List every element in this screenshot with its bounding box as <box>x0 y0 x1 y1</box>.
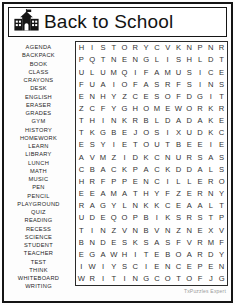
grid-cell-r8c14[interactable]: C <box>216 127 227 139</box>
grid-cell-r18c9[interactable]: B <box>162 249 173 261</box>
grid-cell-r3c11[interactable]: S <box>184 66 195 78</box>
grid-cell-r9c7[interactable]: O <box>141 139 152 151</box>
grid-cell-r20c14[interactable]: G <box>216 273 227 285</box>
grid-cell-r19c11[interactable]: E <box>184 261 195 273</box>
grid-cell-r12c4[interactable]: P <box>108 176 119 188</box>
grid-cell-r12c14[interactable]: O <box>216 176 227 188</box>
grid-cell-r13c3[interactable]: A <box>98 188 109 200</box>
grid-cell-r9c5[interactable]: E <box>119 139 130 151</box>
grid-cell-r16c9[interactable]: N <box>162 224 173 236</box>
grid-cell-r18c11[interactable]: A <box>184 249 195 261</box>
grid-cell-r17c10[interactable]: F <box>173 236 184 248</box>
grid-cell-r19c13[interactable]: E <box>205 261 216 273</box>
grid-cell-r20c10[interactable]: T <box>173 273 184 285</box>
grid-cell-r15c5[interactable]: O <box>119 212 130 224</box>
grid-cell-r9c14[interactable]: E <box>216 139 227 151</box>
grid-cell-r7c14[interactable]: E <box>216 115 227 127</box>
grid-cell-r17c5[interactable]: S <box>119 236 130 248</box>
grid-cell-r12c11[interactable]: L <box>184 176 195 188</box>
grid-cell-r18c12[interactable]: R <box>195 249 206 261</box>
grid-cell-r4c14[interactable]: S <box>216 78 227 90</box>
grid-cell-r7c4[interactable]: N <box>108 115 119 127</box>
grid-cell-r8c4[interactable]: B <box>108 127 119 139</box>
grid-cell-r16c11[interactable]: N <box>184 224 195 236</box>
grid-cell-r6c13[interactable]: K <box>205 103 216 115</box>
grid-cell-r10c7[interactable]: K <box>141 151 152 163</box>
grid-cell-r2c1[interactable]: P <box>76 54 87 66</box>
grid-cell-r8c13[interactable]: K <box>205 127 216 139</box>
grid-cell-r19c3[interactable]: I <box>98 261 109 273</box>
grid-cell-r18c3[interactable]: A <box>98 249 109 261</box>
grid-cell-r3c14[interactable]: E <box>216 66 227 78</box>
grid-cell-r5c6[interactable]: C <box>130 91 141 103</box>
word-list-item: MUSIC <box>4 175 73 183</box>
grid-cell-r12c12[interactable]: E <box>195 176 206 188</box>
grid-cell-r9c9[interactable]: T <box>162 139 173 151</box>
word-list-item: CRAYONS <box>4 76 73 84</box>
grid-cell-r13c8[interactable]: Y <box>151 188 162 200</box>
grid-cell-r11c12[interactable]: A <box>195 163 206 175</box>
grid-cell-r4c4[interactable]: I <box>108 78 119 90</box>
grid-cell-r10c3[interactable]: M <box>98 151 109 163</box>
grid-cell-r15c10[interactable]: S <box>173 212 184 224</box>
grid-cell-r2c9[interactable]: I <box>162 54 173 66</box>
grid-cell-r14c6[interactable]: N <box>130 200 141 212</box>
grid-cell-r11c8[interactable]: C <box>151 163 162 175</box>
grid-cell-r8c8[interactable]: S <box>151 127 162 139</box>
word-list-item: BACKPACK <box>4 51 73 59</box>
word-list-item: ENGLISH <box>4 93 73 101</box>
grid-cell-r8c5[interactable]: E <box>119 127 130 139</box>
grid-cell-r12c10[interactable]: L <box>173 176 184 188</box>
grid-cell-r6c14[interactable]: R <box>216 103 227 115</box>
grid-cell-r3c8[interactable]: A <box>151 66 162 78</box>
grid-cell-r4c3[interactable]: A <box>98 78 109 90</box>
grid-cell-r5c2[interactable]: N <box>87 91 98 103</box>
grid-cell-r14c14[interactable]: T <box>216 200 227 212</box>
grid-cell-r5c13[interactable]: I <box>205 91 216 103</box>
grid-cell-r11c13[interactable]: L <box>205 163 216 175</box>
grid-cell-r17c12[interactable]: R <box>195 236 206 248</box>
grid-cell-r4c6[interactable]: F <box>130 78 141 90</box>
grid-cell-r15c6[interactable]: P <box>130 212 141 224</box>
grid-cell-r4c1[interactable]: F <box>76 78 87 90</box>
grid-cell-r14c2[interactable]: A <box>87 200 98 212</box>
word-list-item: STUDENT <box>4 241 73 249</box>
grid-cell-r1c5[interactable]: O <box>119 42 130 54</box>
word-list-item: TEACHER <box>4 249 73 257</box>
grid-cell-r10c4[interactable]: Z <box>108 151 119 163</box>
grid-cell-r3c9[interactable]: M <box>162 66 173 78</box>
grid-cell-r10c5[interactable]: I <box>119 151 130 163</box>
grid-cell-r14c11[interactable]: A <box>184 200 195 212</box>
grid-cell-r6c2[interactable]: C <box>87 103 98 115</box>
grid-cell-r11c10[interactable]: D <box>173 163 184 175</box>
grid-cell-r17c1[interactable]: B <box>76 236 87 248</box>
grid-cell-r5c4[interactable]: Y <box>108 91 119 103</box>
grid-cell-r8c2[interactable]: K <box>87 127 98 139</box>
grid-cell-r17c6[interactable]: K <box>130 236 141 248</box>
word-list-item: CLASS <box>4 68 73 76</box>
grid-cell-r6c1[interactable]: Z <box>76 103 87 115</box>
grid-cell-r16c7[interactable]: B <box>141 224 152 236</box>
grid-cell-r18c13[interactable]: D <box>205 249 216 261</box>
grid-cell-r20c7[interactable]: G <box>141 273 152 285</box>
grid-cell-r19c14[interactable]: N <box>216 261 227 273</box>
word-list-item: QUIZ <box>4 208 73 216</box>
grid-cell-r8c1[interactable]: T <box>76 127 87 139</box>
grid-cell-r1c6[interactable]: R <box>130 42 141 54</box>
grid-cell-r17c4[interactable]: E <box>108 236 119 248</box>
grid-cell-r7c5[interactable]: K <box>119 115 130 127</box>
grid-cell-r11c14[interactable]: S <box>216 163 227 175</box>
grid-cell-r1c9[interactable]: V <box>162 42 173 54</box>
grid-cell-r3c10[interactable]: U <box>173 66 184 78</box>
grid-cell-r12c1[interactable]: H <box>76 176 87 188</box>
grid-cell-r1c11[interactable]: N <box>184 42 195 54</box>
word-list-item: PLAYGROUND <box>4 200 73 208</box>
grid-cell-r3c3[interactable]: U <box>98 66 109 78</box>
grid-cell-r6c5[interactable]: G <box>119 103 130 115</box>
grid-cell-r11c7[interactable]: A <box>141 163 152 175</box>
grid-cell-r2c3[interactable]: T <box>98 54 109 66</box>
grid-cell-r15c13[interactable]: T <box>205 212 216 224</box>
grid-cell-r10c6[interactable]: D <box>130 151 141 163</box>
word-list-item: WRITING <box>4 282 73 290</box>
grid-cell-r2c13[interactable]: D <box>205 54 216 66</box>
grid-cell-r9c1[interactable]: E <box>76 139 87 151</box>
grid-cell-r19c4[interactable]: Y <box>108 261 119 273</box>
grid-cell-r20c11[interactable]: O <box>184 273 195 285</box>
grid-cell-r5c14[interactable]: T <box>216 91 227 103</box>
grid-cell-r18c14[interactable]: Y <box>216 249 227 261</box>
grid-cell-r19c10[interactable]: C <box>173 261 184 273</box>
grid-cell-r11c6[interactable]: P <box>130 163 141 175</box>
grid-cell-r8c6[interactable]: J <box>130 127 141 139</box>
grid-cell-r8c3[interactable]: G <box>98 127 109 139</box>
grid-cell-r1c1[interactable]: H <box>76 42 87 54</box>
grid-cell-r9c3[interactable]: Y <box>98 139 109 151</box>
grid-cell-r7c12[interactable]: A <box>195 115 206 127</box>
grid-cell-r8c11[interactable]: U <box>184 127 195 139</box>
grid-cell-r15c2[interactable]: D <box>87 212 98 224</box>
grid-cell-r4c5[interactable]: O <box>119 78 130 90</box>
grid-cell-r14c4[interactable]: Y <box>108 200 119 212</box>
grid-cell-r12c5[interactable]: P <box>119 176 130 188</box>
grid-cell-r12c6[interactable]: E <box>130 176 141 188</box>
grid-cell-r9c8[interactable]: U <box>151 139 162 151</box>
word-list-item: PEN <box>4 183 73 191</box>
grid-cell-r11c11[interactable]: D <box>184 163 195 175</box>
grid-cell-r10c14[interactable]: S <box>216 151 227 163</box>
grid-cell-r9c4[interactable]: I <box>108 139 119 151</box>
grid-cell-r2c6[interactable]: N <box>130 54 141 66</box>
grid-cell-r19c9[interactable]: N <box>162 261 173 273</box>
grid-cell-r1c2[interactable]: I <box>87 42 98 54</box>
grid-cell-r1c8[interactable]: C <box>151 42 162 54</box>
grid-cell-r6c8[interactable]: M <box>151 103 162 115</box>
grid-cell-r13c12[interactable]: R <box>195 188 206 200</box>
grid-cell-r19c7[interactable]: I <box>141 261 152 273</box>
grid-cell-r16c14[interactable]: V <box>216 224 227 236</box>
grid-cell-r11c2[interactable]: B <box>87 163 98 175</box>
grid-cell-r4c2[interactable]: U <box>87 78 98 90</box>
grid-cell-r5c7[interactable]: E <box>141 91 152 103</box>
grid-cell-r20c3[interactable]: I <box>98 273 109 285</box>
grid-cell-r6c10[interactable]: W <box>173 103 184 115</box>
grid-cell-r18c7[interactable]: T <box>141 249 152 261</box>
grid-cell-r20c12[interactable]: F <box>195 273 206 285</box>
grid-cell-r18c6[interactable]: I <box>130 249 141 261</box>
grid-cell-r5c9[interactable]: O <box>162 91 173 103</box>
grid-cell-r10c12[interactable]: S <box>195 151 206 163</box>
word-list-item: HOMEWORK <box>4 134 73 142</box>
grid-cell-r16c12[interactable]: E <box>195 224 206 236</box>
grid-cell-r13c4[interactable]: M <box>108 188 119 200</box>
grid-cell-r2c5[interactable]: E <box>119 54 130 66</box>
grid-cell-r9c10[interactable]: B <box>173 139 184 151</box>
grid-cell-r18c5[interactable]: H <box>119 249 130 261</box>
grid-cell-r20c4[interactable]: T <box>108 273 119 285</box>
grid-cell-r12c9[interactable]: I <box>162 176 173 188</box>
grid-cell-r7c13[interactable]: K <box>205 115 216 127</box>
grid-cell-r4c9[interactable]: R <box>162 78 173 90</box>
grid-cell-r6c11[interactable]: O <box>184 103 195 115</box>
grid-cell-r2c2[interactable]: Q <box>87 54 98 66</box>
grid-cell-r14c3[interactable]: G <box>98 200 109 212</box>
grid-cell-r14c8[interactable]: K <box>151 200 162 212</box>
grid-cell-r7c11[interactable]: D <box>184 115 195 127</box>
grid-cell-r3c12[interactable]: I <box>195 66 206 78</box>
grid-cell-r15c11[interactable]: R <box>184 212 195 224</box>
grid-cell-r12c13[interactable]: R <box>205 176 216 188</box>
grid-cell-r3c5[interactable]: Q <box>119 66 130 78</box>
grid-cell-r13c14[interactable]: Y <box>216 188 227 200</box>
grid-cell-r17c3[interactable]: D <box>98 236 109 248</box>
grid-cell-r7c1[interactable]: T <box>76 115 87 127</box>
grid-cell-r20c5[interactable]: I <box>119 273 130 285</box>
grid-cell-r20c9[interactable]: O <box>162 273 173 285</box>
grid-cell-r1c12[interactable]: P <box>195 42 206 54</box>
grid-cell-r15c4[interactable]: Q <box>108 212 119 224</box>
grid-cell-r17c14[interactable]: F <box>216 236 227 248</box>
grid-cell-r1c3[interactable]: S <box>98 42 109 54</box>
grid-cell-r19c8[interactable]: E <box>151 261 162 273</box>
grid-cell-r10c9[interactable]: N <box>162 151 173 163</box>
grid-cell-r3c4[interactable]: M <box>108 66 119 78</box>
grid-cell-r19c12[interactable]: P <box>195 261 206 273</box>
grid-cell-r7c7[interactable]: B <box>141 115 152 127</box>
grid-cell-r10c1[interactable]: A <box>76 151 87 163</box>
grid-cell-r6c3[interactable]: F <box>98 103 109 115</box>
grid-cell-r12c8[interactable]: C <box>151 176 162 188</box>
grid-cell-r14c10[interactable]: E <box>173 200 184 212</box>
grid-cell-r4c8[interactable]: S <box>151 78 162 90</box>
grid-cell-r15c7[interactable]: B <box>141 212 152 224</box>
grid-cell-r15c14[interactable]: P <box>216 212 227 224</box>
grid-cell-r10c2[interactable]: V <box>87 151 98 163</box>
grid-cell-r13c5[interactable]: A <box>119 188 130 200</box>
grid-cell-r15c3[interactable]: E <box>98 212 109 224</box>
grid-cell-r2c7[interactable]: G <box>141 54 152 66</box>
grid-cell-r15c9[interactable]: K <box>162 212 173 224</box>
grid-cell-r20c13[interactable]: J <box>205 273 216 285</box>
grid-cell-r16c4[interactable]: Z <box>108 224 119 236</box>
grid-cell-r2c11[interactable]: H <box>184 54 195 66</box>
grid-cell-r12c2[interactable]: R <box>87 176 98 188</box>
grid-cell-r8c10[interactable]: X <box>173 127 184 139</box>
grid-cell-r15c1[interactable]: U <box>76 212 87 224</box>
grid-cell-r20c6[interactable]: N <box>130 273 141 285</box>
grid-cell-r16c3[interactable]: N <box>98 224 109 236</box>
grid-cell-r4c7[interactable]: A <box>141 78 152 90</box>
grid-cell-r20c1[interactable]: W <box>76 273 87 285</box>
grid-cell-r19c5[interactable]: S <box>119 261 130 273</box>
grid-cell-r1c14[interactable]: R <box>216 42 227 54</box>
grid-cell-r19c6[interactable]: C <box>130 261 141 273</box>
grid-cell-r15c12[interactable]: S <box>195 212 206 224</box>
word-list-item: LIBRARY <box>4 150 73 158</box>
grid-cell-r14c12[interactable]: A <box>195 200 206 212</box>
grid-cell-r2c14[interactable]: T <box>216 54 227 66</box>
word-list-item: LUNCH <box>4 159 73 167</box>
grid-cell-r8c7[interactable]: O <box>141 127 152 139</box>
grid-cell-r18c1[interactable]: E <box>76 249 87 261</box>
grid-cell-r9c13[interactable]: I <box>205 139 216 151</box>
grid-cell-r2c10[interactable]: S <box>173 54 184 66</box>
grid-cell-r16c6[interactable]: N <box>130 224 141 236</box>
grid-cell-r11c3[interactable]: A <box>98 163 109 175</box>
grid-cell-r17c9[interactable]: S <box>162 236 173 248</box>
grid-cell-r16c8[interactable]: V <box>151 224 162 236</box>
grid-cell-r8c12[interactable]: D <box>195 127 206 139</box>
grid-cell-r15c8[interactable]: I <box>151 212 162 224</box>
grid-cell-r18c8[interactable]: E <box>151 249 162 261</box>
grid-cell-r3c6[interactable]: I <box>130 66 141 78</box>
word-list: AGENDABACKPACKBOOKCLASSCRAYONSDESKENGLIS… <box>4 43 73 291</box>
grid-cell-r3c1[interactable]: U <box>76 66 87 78</box>
grid-cell-r16c10[interactable]: Z <box>173 224 184 236</box>
grid-cell-r1c7[interactable]: Y <box>141 42 152 54</box>
grid-cell-r3c7[interactable]: F <box>141 66 152 78</box>
grid-cell-r12c7[interactable]: N <box>141 176 152 188</box>
grid-cell-r17c11[interactable]: V <box>184 236 195 248</box>
grid-cell-r13c9[interactable]: F <box>162 188 173 200</box>
grid-cell-r5c12[interactable]: G <box>195 91 206 103</box>
grid-cell-r19c2[interactable]: W <box>87 261 98 273</box>
grid-cell-r7c2[interactable]: H <box>87 115 98 127</box>
grid-cell-r13c1[interactable]: E <box>76 188 87 200</box>
grid-cell-r13c7[interactable]: H <box>141 188 152 200</box>
grid-cell-r10c10[interactable]: U <box>173 151 184 163</box>
grid-cell-r6c6[interactable]: H <box>130 103 141 115</box>
grid-cell-r11c1[interactable]: C <box>76 163 87 175</box>
grid-cell-r17c2[interactable]: N <box>87 236 98 248</box>
grid-cell-r18c4[interactable]: W <box>108 249 119 261</box>
grid-cell-r10c11[interactable]: R <box>184 151 195 163</box>
grid-cell-r17c13[interactable]: M <box>205 236 216 248</box>
grid-cell-r5c5[interactable]: Z <box>119 91 130 103</box>
grid-cell-r6c9[interactable]: E <box>162 103 173 115</box>
grid-cell-r5c3[interactable]: H <box>98 91 109 103</box>
grid-cell-r1c13[interactable]: N <box>205 42 216 54</box>
grid-cell-r9c2[interactable]: S <box>87 139 98 151</box>
grid-cell-r7c10[interactable]: A <box>173 115 184 127</box>
grid-cell-r14c5[interactable]: L <box>119 200 130 212</box>
grid-cell-r2c12[interactable]: L <box>195 54 206 66</box>
grid-cell-r5c8[interactable]: S <box>151 91 162 103</box>
grid-cell-r11c4[interactable]: C <box>108 163 119 175</box>
grid-cell-r14c9[interactable]: C <box>162 200 173 212</box>
grid-cell-r3c2[interactable]: L <box>87 66 98 78</box>
grid-cell-r1c4[interactable]: T <box>108 42 119 54</box>
grid-cell-r4c13[interactable]: N <box>205 78 216 90</box>
grid-cell-r9c12[interactable]: E <box>195 139 206 151</box>
grid-cell-r3c13[interactable]: C <box>205 66 216 78</box>
grid-cell-r16c13[interactable]: X <box>205 224 216 236</box>
grid-cell-r16c1[interactable]: T <box>76 224 87 236</box>
grid-cell-r2c8[interactable]: L <box>151 54 162 66</box>
grid-cell-r2c4[interactable]: N <box>108 54 119 66</box>
grid-cell-r14c13[interactable]: L <box>205 200 216 212</box>
grid-cell-r18c10[interactable]: O <box>173 249 184 261</box>
grid-cell-r10c8[interactable]: C <box>151 151 162 163</box>
grid-cell-r4c10[interactable]: F <box>173 78 184 90</box>
grid-cell-r10c13[interactable]: A <box>205 151 216 163</box>
grid-cell-r6c4[interactable]: Y <box>108 103 119 115</box>
grid-cell-r5c1[interactable]: E <box>76 91 87 103</box>
grid-cell-r14c1[interactable]: R <box>76 200 87 212</box>
grid-cell-r8c9[interactable]: I <box>162 127 173 139</box>
word-list-item: PENCIL <box>4 192 73 200</box>
grid-cell-r16c2[interactable]: I <box>87 224 98 236</box>
grid-cell-r13c10[interactable]: Z <box>173 188 184 200</box>
grid-cell-r4c12[interactable]: I <box>195 78 206 90</box>
grid-cell-r1c10[interactable]: K <box>173 42 184 54</box>
word-list-item: GYM <box>4 117 73 125</box>
grid-cell-r13c11[interactable]: E <box>184 188 195 200</box>
grid-cell-r19c1[interactable]: I <box>76 261 87 273</box>
grid-cell-r7c9[interactable]: D <box>162 115 173 127</box>
grid-cell-r7c8[interactable]: L <box>151 115 162 127</box>
grid-cell-r6c7[interactable]: O <box>141 103 152 115</box>
grid-cell-r16c5[interactable]: V <box>119 224 130 236</box>
grid-cell-r18c2[interactable]: G <box>87 249 98 261</box>
grid-cell-r17c7[interactable]: S <box>141 236 152 248</box>
grid-cell-r11c5[interactable]: K <box>119 163 130 175</box>
grid-cell-r7c3[interactable]: I <box>98 115 109 127</box>
grid-cell-r6c12[interactable]: R <box>195 103 206 115</box>
grid-cell-r9c11[interactable]: E <box>184 139 195 151</box>
grid-cell-r11c9[interactable]: K <box>162 163 173 175</box>
word-list-item: SCIENCE <box>4 233 73 241</box>
grid-cell-r13c13[interactable]: N <box>205 188 216 200</box>
word-list-item: TEST <box>4 258 73 266</box>
grid-cell-r13c2[interactable]: E <box>87 188 98 200</box>
grid-cell-r20c8[interactable]: C <box>151 273 162 285</box>
grid-cell-r7c6[interactable]: R <box>130 115 141 127</box>
word-list-item: WHITEBOARD <box>4 274 73 282</box>
grid-cell-r5c10[interactable]: F <box>173 91 184 103</box>
grid-cell-r13c6[interactable]: T <box>130 188 141 200</box>
grid-cell-r5c11[interactable]: D <box>184 91 195 103</box>
grid-cell-r20c2[interactable]: R <box>87 273 98 285</box>
grid-cell-r14c7[interactable]: K <box>141 200 152 212</box>
grid-cell-r9c6[interactable]: T <box>130 139 141 151</box>
grid-cell-r4c11[interactable]: S <box>184 78 195 90</box>
grid-cell-r12c3[interactable]: F <box>98 176 109 188</box>
grid-cell-r17c8[interactable]: A <box>151 236 162 248</box>
